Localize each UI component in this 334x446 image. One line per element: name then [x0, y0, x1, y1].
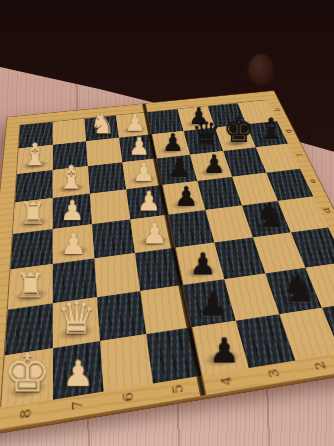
- white-knight-h6: ♞: [90, 109, 116, 138]
- square-g2: ♚: [215, 124, 256, 151]
- square-a8: ♚: [1, 348, 53, 408]
- square-b6: [97, 291, 146, 341]
- white-pawn-a7: ♟: [62, 356, 94, 392]
- black-pawn-a4: ♟: [209, 333, 240, 367]
- square-d7: ♟: [53, 224, 95, 264]
- black-queen-g3: ♛: [191, 118, 220, 151]
- square-c6: [94, 253, 140, 297]
- square-d3: [205, 206, 253, 243]
- square-e8: ♜: [13, 198, 53, 234]
- board-grid: ♞♟♟♝♟♟♛♚♝♝♟♟♟♜♟♟♟♟♟♞♜♟♛♟♞♚♟♟: [0, 100, 334, 407]
- white-pawn-f5: ♟: [132, 159, 155, 185]
- white-king-a8: ♚: [4, 346, 52, 399]
- square-c8: ♜: [8, 264, 53, 310]
- white-pawn-e5: ♟: [137, 188, 161, 215]
- black-bishop-g1: ♝: [258, 114, 285, 144]
- square-e7: ♟: [53, 194, 92, 229]
- black-king-g2: ♚: [223, 112, 255, 147]
- black-pawn-e4: ♟: [174, 183, 198, 210]
- black-pawn-c4: ♟: [189, 249, 216, 279]
- square-h6: ♞: [85, 116, 120, 142]
- square-g8: ♝: [17, 145, 53, 174]
- square-b7: ♛: [53, 297, 100, 348]
- white-pawn-d7: ♟: [60, 229, 86, 258]
- white-bishop-f7: ♝: [57, 161, 86, 194]
- black-pawn-f4: ♟: [168, 155, 191, 180]
- chessboard-wrapper: ♞♟♟♝♟♟♛♚♝♝♟♟♟♜♟♟♟♟♟♞♜♟♛♟♞♚♟♟ 87654321 hg…: [0, 60, 334, 350]
- square-e6: [90, 189, 131, 224]
- white-bishop-g8: ♝: [21, 139, 49, 170]
- black-pawn-b4: ♟: [198, 288, 227, 320]
- square-d8: [11, 229, 53, 269]
- white-pawn-g5: ♟: [128, 134, 150, 158]
- square-c3: [214, 238, 265, 280]
- chessboard: ♞♟♟♝♟♟♛♚♝♝♟♟♟♜♟♟♟♟♟♞♜♟♛♟♞♚♟♟ 87654321 hg…: [0, 90, 334, 435]
- white-rook-e8: ♜: [19, 198, 47, 229]
- white-pawn-e7: ♟: [60, 197, 85, 224]
- black-pawn-f3: ♟: [203, 151, 226, 176]
- square-f7: ♝: [53, 166, 90, 198]
- black-knight-d2: ♞: [256, 198, 287, 232]
- square-d6: [92, 219, 135, 258]
- black-pawn-g4: ♟: [162, 130, 184, 154]
- black-knight-b2: ♞: [282, 269, 317, 308]
- white-pawn-d5: ♟: [142, 219, 168, 248]
- white-pawn-h5: ♟: [125, 111, 146, 134]
- photo-scene: ♞♟♟♝♟♟♛♚♝♝♟♟♟♜♟♟♟♟♟♞♜♟♛♟♞♚♟♟ 87654321 hg…: [0, 0, 334, 446]
- white-rook-c8: ♜: [15, 268, 46, 303]
- white-queen-b7: ♛: [56, 296, 97, 341]
